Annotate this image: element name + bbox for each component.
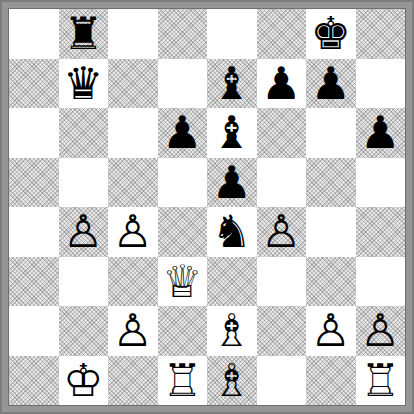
square-h5[interactable] [356, 158, 406, 208]
square-b7[interactable]: ♛ [59, 59, 109, 109]
piece-wq-d3[interactable]: ♕ [162, 257, 202, 306]
square-h3[interactable] [356, 257, 406, 307]
square-a3[interactable] [9, 257, 59, 307]
square-e7[interactable]: ♝ [207, 59, 257, 109]
square-f4[interactable]: ♙ [257, 207, 307, 257]
square-g7[interactable]: ♟ [306, 59, 356, 109]
square-f6[interactable] [257, 108, 307, 158]
square-d5[interactable] [158, 158, 208, 208]
square-g4[interactable] [306, 207, 356, 257]
square-c3[interactable] [108, 257, 158, 307]
square-e8[interactable] [207, 9, 257, 59]
piece-bb-e7[interactable]: ♝ [212, 59, 252, 108]
piece-bb-e6[interactable]: ♝ [212, 108, 252, 157]
square-c7[interactable] [108, 59, 158, 109]
piece-bp-d6[interactable]: ♟ [162, 108, 202, 157]
square-c4[interactable]: ♙ [108, 207, 158, 257]
square-b5[interactable] [59, 158, 109, 208]
square-a2[interactable] [9, 306, 59, 356]
square-d4[interactable] [158, 207, 208, 257]
piece-wp-g2[interactable]: ♙ [311, 306, 351, 355]
square-c6[interactable] [108, 108, 158, 158]
piece-bp-f7[interactable]: ♟ [261, 59, 301, 108]
square-e3[interactable] [207, 257, 257, 307]
square-c5[interactable] [108, 158, 158, 208]
piece-bq-b7[interactable]: ♛ [63, 59, 103, 108]
square-g5[interactable] [306, 158, 356, 208]
square-b6[interactable] [59, 108, 109, 158]
square-b1[interactable]: ♔ [59, 356, 109, 406]
square-c2[interactable]: ♙ [108, 306, 158, 356]
square-d1[interactable]: ♖ [158, 356, 208, 406]
piece-wb-e1[interactable]: ♗ [212, 356, 252, 405]
square-b3[interactable] [59, 257, 109, 307]
square-f5[interactable] [257, 158, 307, 208]
piece-wp-h2[interactable]: ♙ [360, 306, 400, 355]
piece-wr-d1[interactable]: ♖ [162, 356, 202, 405]
square-d8[interactable] [158, 9, 208, 59]
piece-wb-e2[interactable]: ♗ [212, 306, 252, 355]
square-d2[interactable] [158, 306, 208, 356]
piece-wk-b1[interactable]: ♔ [63, 356, 103, 405]
square-h1[interactable]: ♖ [356, 356, 406, 406]
square-e5[interactable]: ♟ [207, 158, 257, 208]
square-b4[interactable]: ♙ [59, 207, 109, 257]
square-b2[interactable] [59, 306, 109, 356]
square-f3[interactable] [257, 257, 307, 307]
board-frame: ♜♚♛♝♟♟♟♝♟♟♙♙♞♙♕♙♗♙♙♔♖♗♖ [0, 0, 414, 414]
piece-bp-e5[interactable]: ♟ [212, 158, 252, 207]
square-f7[interactable]: ♟ [257, 59, 307, 109]
square-g2[interactable]: ♙ [306, 306, 356, 356]
square-e4[interactable]: ♞ [207, 207, 257, 257]
piece-wp-c4[interactable]: ♙ [113, 207, 153, 256]
piece-wp-f4[interactable]: ♙ [261, 207, 301, 256]
square-g6[interactable] [306, 108, 356, 158]
square-g3[interactable] [306, 257, 356, 307]
square-h4[interactable] [356, 207, 406, 257]
piece-bn-e4[interactable]: ♞ [212, 207, 252, 256]
square-h7[interactable] [356, 59, 406, 109]
square-e2[interactable]: ♗ [207, 306, 257, 356]
square-e1[interactable]: ♗ [207, 356, 257, 406]
square-a7[interactable] [9, 59, 59, 109]
square-c8[interactable] [108, 9, 158, 59]
square-h8[interactable] [356, 9, 406, 59]
square-a4[interactable] [9, 207, 59, 257]
square-f8[interactable] [257, 9, 307, 59]
square-c1[interactable] [108, 356, 158, 406]
square-a1[interactable] [9, 356, 59, 406]
square-h6[interactable]: ♟ [356, 108, 406, 158]
square-b8[interactable]: ♜ [59, 9, 109, 59]
piece-br-b8[interactable]: ♜ [63, 9, 103, 58]
square-f2[interactable] [257, 306, 307, 356]
square-g8[interactable]: ♚ [306, 9, 356, 59]
piece-wp-c2[interactable]: ♙ [113, 306, 153, 355]
square-a5[interactable] [9, 158, 59, 208]
square-h2[interactable]: ♙ [356, 306, 406, 356]
square-a6[interactable] [9, 108, 59, 158]
chess-board: ♜♚♛♝♟♟♟♝♟♟♙♙♞♙♕♙♗♙♙♔♖♗♖ [8, 8, 406, 406]
piece-wr-h1[interactable]: ♖ [360, 356, 400, 405]
square-f1[interactable] [257, 356, 307, 406]
square-a8[interactable] [9, 9, 59, 59]
piece-bk-g8[interactable]: ♚ [311, 9, 351, 58]
square-d6[interactable]: ♟ [158, 108, 208, 158]
piece-bp-h6[interactable]: ♟ [360, 108, 400, 157]
piece-wp-b4[interactable]: ♙ [63, 207, 103, 256]
square-g1[interactable] [306, 356, 356, 406]
square-d3[interactable]: ♕ [158, 257, 208, 307]
square-d7[interactable] [158, 59, 208, 109]
piece-bp-g7[interactable]: ♟ [311, 59, 351, 108]
square-e6[interactable]: ♝ [207, 108, 257, 158]
